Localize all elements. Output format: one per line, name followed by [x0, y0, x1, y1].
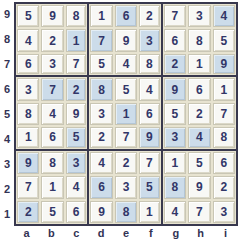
cell-g3[interactable]: 1 [163, 151, 187, 175]
row-label-1: 1 [0, 201, 14, 226]
solved-digit: 5 [41, 201, 63, 223]
solved-digit: 1 [90, 5, 112, 27]
cell-i8[interactable]: 5 [212, 28, 236, 52]
solved-digit: 8 [139, 54, 159, 74]
solved-digit: 6 [213, 152, 235, 174]
cell-g1[interactable]: 4 [163, 200, 187, 224]
cell-d1[interactable]: 9 [89, 200, 113, 224]
solved-digit: 5 [17, 5, 39, 27]
cell-i2[interactable]: 2 [212, 175, 236, 199]
cell-h9[interactable]: 3 [187, 4, 211, 28]
solved-digit: 1 [17, 127, 39, 147]
solved-digit: 7 [17, 176, 39, 198]
solved-digit: 7 [164, 5, 186, 27]
solved-digit: 7 [115, 127, 137, 147]
cell-b2[interactable]: 1 [40, 175, 64, 199]
solved-digit: 9 [188, 176, 210, 198]
cell-f1[interactable]: 1 [138, 200, 162, 224]
sudoku-board: 5981627344217936856375482193728549618493… [14, 2, 238, 226]
solved-digit: 6 [188, 78, 210, 100]
given-digit: 9 [164, 78, 186, 100]
col-label-e: e [114, 226, 139, 240]
cell-a7[interactable]: 6 [16, 53, 40, 77]
cell-h2[interactable]: 9 [187, 175, 211, 199]
sudoku-app: 987654321 598162734421793685637548219372… [0, 0, 240, 240]
solved-digit: 3 [213, 201, 235, 223]
cell-b8[interactable]: 2 [40, 28, 64, 52]
given-digit: 4 [213, 5, 235, 27]
solved-digit: 1 [41, 176, 63, 198]
solved-digit: 7 [66, 54, 86, 74]
cell-b9[interactable]: 9 [40, 4, 64, 28]
given-digit: 5 [139, 176, 159, 198]
cell-c9[interactable]: 8 [65, 4, 89, 28]
col-label-f: f [138, 226, 163, 240]
cell-g8[interactable]: 6 [163, 28, 187, 52]
cell-e4[interactable]: 7 [114, 126, 138, 150]
solved-digit: 8 [41, 152, 63, 174]
cell-h6[interactable]: 6 [187, 77, 211, 101]
col-label-h: h [188, 226, 213, 240]
solved-digit: 3 [115, 176, 137, 198]
cell-g4[interactable]: 3 [163, 126, 187, 150]
row-label-3: 3 [0, 151, 14, 176]
given-digit: 9 [139, 127, 159, 147]
cell-a4[interactable]: 1 [16, 126, 40, 150]
solved-digit: 9 [41, 5, 63, 27]
given-digit: 2 [17, 201, 39, 223]
row-label-9: 9 [0, 2, 14, 27]
col-label-i: i [213, 226, 238, 240]
solved-digit: 1 [139, 201, 159, 223]
cell-d8[interactable]: 7 [89, 28, 113, 52]
solved-digit: 5 [115, 78, 137, 100]
solved-digit: 7 [213, 103, 235, 125]
solved-digit: 6 [17, 54, 39, 74]
given-digit: 8 [164, 176, 186, 198]
solved-digit: 4 [90, 152, 112, 174]
solved-digit: 2 [188, 103, 210, 125]
cell-f3[interactable]: 7 [138, 151, 162, 175]
solved-digit: 6 [164, 29, 186, 51]
solved-digit: 1 [188, 54, 210, 74]
given-digit: 5 [66, 127, 86, 147]
cell-i5[interactable]: 7 [212, 102, 236, 126]
cell-i9[interactable]: 4 [212, 4, 236, 28]
solved-digit: 5 [188, 152, 210, 174]
cell-b6[interactable]: 7 [40, 77, 64, 101]
cell-f6[interactable]: 4 [138, 77, 162, 101]
cell-i7[interactable]: 9 [212, 53, 236, 77]
solved-digit: 8 [188, 29, 210, 51]
solved-digit: 8 [66, 5, 86, 27]
cell-c2[interactable]: 4 [65, 175, 89, 199]
solved-digit: 1 [213, 78, 235, 100]
row-label-7: 7 [0, 52, 14, 77]
solved-digit: 5 [164, 103, 186, 125]
solved-digit: 8 [17, 103, 39, 125]
given-digit: 8 [90, 78, 112, 100]
cell-h5[interactable]: 2 [187, 102, 211, 126]
solved-digit: 8 [213, 127, 235, 147]
solved-digit: 2 [41, 29, 63, 51]
cell-b7[interactable]: 3 [40, 53, 64, 77]
cell-b1[interactable]: 5 [40, 200, 64, 224]
solved-digit: 2 [115, 152, 137, 174]
col-label-a: a [14, 226, 39, 240]
cell-a2[interactable]: 7 [16, 175, 40, 199]
col-label-c: c [64, 226, 89, 240]
cell-i4[interactable]: 8 [212, 126, 236, 150]
cell-b4[interactable]: 6 [40, 126, 64, 150]
solved-digit: 7 [188, 201, 210, 223]
cell-f5[interactable]: 6 [138, 102, 162, 126]
cell-h3[interactable]: 5 [187, 151, 211, 175]
cell-d6[interactable]: 8 [89, 77, 113, 101]
solved-digit: 4 [164, 201, 186, 223]
cell-h1[interactable]: 7 [187, 200, 211, 224]
row-label-6: 6 [0, 77, 14, 102]
cell-f7[interactable]: 8 [138, 53, 162, 77]
solved-digit: 6 [66, 201, 86, 223]
col-label-d: d [89, 226, 114, 240]
row-label-2: 2 [0, 176, 14, 201]
cell-f2[interactable]: 5 [138, 175, 162, 199]
given-digit: 9 [213, 54, 235, 74]
given-digit: 4 [188, 127, 210, 147]
cell-d4[interactable]: 2 [89, 126, 113, 150]
solved-digit: 5 [90, 54, 112, 74]
solved-digit: 4 [17, 29, 39, 51]
given-digit: 6 [115, 5, 137, 27]
cell-h8[interactable]: 8 [187, 28, 211, 52]
cell-h4[interactable]: 4 [187, 126, 211, 150]
cell-a3[interactable]: 9 [16, 151, 40, 175]
given-digit: 1 [66, 29, 86, 51]
solved-digit: 9 [115, 29, 137, 51]
cell-h7[interactable]: 1 [187, 53, 211, 77]
cell-g6[interactable]: 9 [163, 77, 187, 101]
cell-d9[interactable]: 1 [89, 4, 113, 28]
given-digit: 8 [115, 201, 137, 223]
cell-e6[interactable]: 5 [114, 77, 138, 101]
solved-digit: 3 [17, 78, 39, 100]
cell-a9[interactable]: 5 [16, 4, 40, 28]
solved-digit: 4 [139, 78, 159, 100]
solved-digit: 6 [41, 127, 63, 147]
cell-b3[interactable]: 8 [40, 151, 64, 175]
solved-digit: 4 [41, 103, 63, 125]
cell-d2[interactable]: 6 [89, 175, 113, 199]
solved-digit: 2 [90, 127, 112, 147]
cell-e5[interactable]: 1 [114, 102, 138, 126]
cell-d5[interactable]: 3 [89, 102, 113, 126]
given-digit: 9 [17, 152, 39, 174]
cell-i3[interactable]: 6 [212, 151, 236, 175]
cell-c5[interactable]: 9 [65, 102, 89, 126]
cell-g5[interactable]: 5 [163, 102, 187, 126]
solved-digit: 9 [90, 201, 112, 223]
given-digit: 2 [164, 54, 186, 74]
solved-digit: 1 [164, 152, 186, 174]
solved-digit: 2 [213, 176, 235, 198]
cell-g2[interactable]: 8 [163, 175, 187, 199]
cell-c1[interactable]: 6 [65, 200, 89, 224]
solved-digit: 6 [139, 103, 159, 125]
cell-g7[interactable]: 2 [163, 53, 187, 77]
cell-e1[interactable]: 8 [114, 200, 138, 224]
solved-digit: 2 [139, 5, 159, 27]
row-labels: 987654321 [0, 2, 14, 226]
cell-c4[interactable]: 5 [65, 126, 89, 150]
cell-c3[interactable]: 3 [65, 151, 89, 175]
row-label-8: 8 [0, 27, 14, 52]
cell-d3[interactable]: 4 [89, 151, 113, 175]
solved-digit: 9 [66, 103, 86, 125]
cell-a5[interactable]: 8 [16, 102, 40, 126]
cell-e7[interactable]: 4 [114, 53, 138, 77]
solved-digit: 3 [90, 103, 112, 125]
given-digit: 2 [66, 78, 86, 100]
cell-f8[interactable]: 3 [138, 28, 162, 52]
cell-e2[interactable]: 3 [114, 175, 138, 199]
cell-e9[interactable]: 6 [114, 4, 138, 28]
solved-digit: 4 [115, 54, 137, 74]
cell-e3[interactable]: 2 [114, 151, 138, 175]
col-label-g: g [163, 226, 188, 240]
given-digit: 1 [115, 103, 137, 125]
given-digit: 7 [41, 78, 63, 100]
solved-digit: 7 [139, 152, 159, 174]
cell-a6[interactable]: 3 [16, 77, 40, 101]
row-label-5: 5 [0, 102, 14, 127]
cell-a8[interactable]: 4 [16, 28, 40, 52]
cell-i1[interactable]: 3 [212, 200, 236, 224]
solved-digit: 3 [41, 54, 63, 74]
given-digit: 3 [139, 29, 159, 51]
row-label-4: 4 [0, 126, 14, 151]
cell-g9[interactable]: 7 [163, 4, 187, 28]
cell-i6[interactable]: 1 [212, 77, 236, 101]
given-digit: 7 [90, 29, 112, 51]
cell-b5[interactable]: 4 [40, 102, 64, 126]
cell-a1[interactable]: 2 [16, 200, 40, 224]
cell-c6[interactable]: 2 [65, 77, 89, 101]
cell-e8[interactable]: 9 [114, 28, 138, 52]
solved-digit: 3 [188, 5, 210, 27]
cell-f9[interactable]: 2 [138, 4, 162, 28]
cell-c7[interactable]: 7 [65, 53, 89, 77]
cell-c8[interactable]: 1 [65, 28, 89, 52]
cell-d7[interactable]: 5 [89, 53, 113, 77]
given-digit: 6 [90, 176, 112, 198]
given-digit: 3 [66, 152, 86, 174]
given-digit: 3 [164, 127, 186, 147]
col-label-b: b [39, 226, 64, 240]
col-labels: abcdefghi [14, 226, 238, 240]
cell-f4[interactable]: 9 [138, 126, 162, 150]
solved-digit: 5 [213, 29, 235, 51]
solved-digit: 4 [66, 176, 86, 198]
